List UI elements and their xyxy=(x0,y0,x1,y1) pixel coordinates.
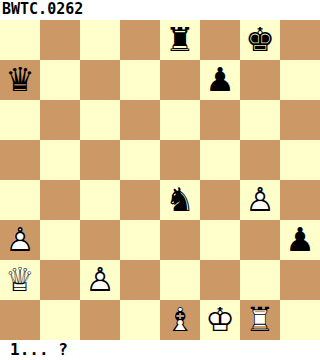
square-a2[interactable]: ♛♕ xyxy=(0,260,40,300)
square-f3[interactable] xyxy=(200,220,240,260)
square-a7[interactable]: ♛ xyxy=(0,60,40,100)
square-e4[interactable]: ♞ xyxy=(160,180,200,220)
black-rook: ♜ xyxy=(160,20,200,60)
square-g4[interactable]: ♟♙ xyxy=(240,180,280,220)
square-e3[interactable] xyxy=(160,220,200,260)
square-d5[interactable] xyxy=(120,140,160,180)
square-d3[interactable] xyxy=(120,220,160,260)
square-b6[interactable] xyxy=(40,100,80,140)
square-g8[interactable]: ♚ xyxy=(240,20,280,60)
square-d6[interactable] xyxy=(120,100,160,140)
square-f6[interactable] xyxy=(200,100,240,140)
square-g7[interactable] xyxy=(240,60,280,100)
square-g1[interactable]: ♜♖ xyxy=(240,300,280,340)
square-b8[interactable] xyxy=(40,20,80,60)
square-b3[interactable] xyxy=(40,220,80,260)
white-rook: ♜♖ xyxy=(240,300,280,340)
square-h1[interactable] xyxy=(280,300,320,340)
square-c1[interactable] xyxy=(80,300,120,340)
square-h3[interactable]: ♟ xyxy=(280,220,320,260)
square-h8[interactable] xyxy=(280,20,320,60)
square-b2[interactable] xyxy=(40,260,80,300)
square-c3[interactable] xyxy=(80,220,120,260)
square-e5[interactable] xyxy=(160,140,200,180)
square-d2[interactable] xyxy=(120,260,160,300)
black-queen: ♛ xyxy=(0,60,40,100)
white-pawn: ♟♙ xyxy=(0,220,40,260)
square-h7[interactable] xyxy=(280,60,320,100)
square-a3[interactable]: ♟♙ xyxy=(0,220,40,260)
square-f2[interactable] xyxy=(200,260,240,300)
square-e8[interactable]: ♜ xyxy=(160,20,200,60)
square-a5[interactable] xyxy=(0,140,40,180)
square-c4[interactable] xyxy=(80,180,120,220)
chess-board: ♜♚♛♟♞♟♙♟♙♟♛♕♟♙♝♗♚♔♜♖ xyxy=(0,20,320,340)
black-pawn: ♟ xyxy=(200,60,240,100)
square-a8[interactable] xyxy=(0,20,40,60)
square-h2[interactable] xyxy=(280,260,320,300)
square-h6[interactable] xyxy=(280,100,320,140)
square-f4[interactable] xyxy=(200,180,240,220)
square-b7[interactable] xyxy=(40,60,80,100)
square-b1[interactable] xyxy=(40,300,80,340)
square-f1[interactable]: ♚♔ xyxy=(200,300,240,340)
square-a4[interactable] xyxy=(0,180,40,220)
square-b4[interactable] xyxy=(40,180,80,220)
square-a6[interactable] xyxy=(0,100,40,140)
square-c8[interactable] xyxy=(80,20,120,60)
square-e1[interactable]: ♝♗ xyxy=(160,300,200,340)
square-c2[interactable]: ♟♙ xyxy=(80,260,120,300)
square-e6[interactable] xyxy=(160,100,200,140)
white-queen: ♛♕ xyxy=(0,260,40,300)
square-f5[interactable] xyxy=(200,140,240,180)
square-f8[interactable] xyxy=(200,20,240,60)
square-g2[interactable] xyxy=(240,260,280,300)
square-c6[interactable] xyxy=(80,100,120,140)
square-e7[interactable] xyxy=(160,60,200,100)
white-pawn: ♟♙ xyxy=(240,180,280,220)
white-bishop: ♝♗ xyxy=(160,300,200,340)
square-h4[interactable] xyxy=(280,180,320,220)
square-d8[interactable] xyxy=(120,20,160,60)
square-g3[interactable] xyxy=(240,220,280,260)
square-d1[interactable] xyxy=(120,300,160,340)
square-d4[interactable] xyxy=(120,180,160,220)
square-f7[interactable]: ♟ xyxy=(200,60,240,100)
square-a1[interactable] xyxy=(0,300,40,340)
square-b5[interactable] xyxy=(40,140,80,180)
square-d7[interactable] xyxy=(120,60,160,100)
chess-diagram: BWTC.0262 ♜♚♛♟♞♟♙♟♙♟♛♕♟♙♝♗♚♔♜♖ 1... ? xyxy=(0,0,320,360)
square-c7[interactable] xyxy=(80,60,120,100)
puzzle-id: BWTC.0262 xyxy=(0,0,320,20)
move-prompt: 1... ? xyxy=(0,340,320,360)
black-king: ♚ xyxy=(240,20,280,60)
square-e2[interactable] xyxy=(160,260,200,300)
black-knight: ♞ xyxy=(160,180,200,220)
white-pawn: ♟♙ xyxy=(80,260,120,300)
square-h5[interactable] xyxy=(280,140,320,180)
black-pawn: ♟ xyxy=(280,220,320,260)
white-king: ♚♔ xyxy=(200,300,240,340)
square-g6[interactable] xyxy=(240,100,280,140)
square-g5[interactable] xyxy=(240,140,280,180)
square-c5[interactable] xyxy=(80,140,120,180)
